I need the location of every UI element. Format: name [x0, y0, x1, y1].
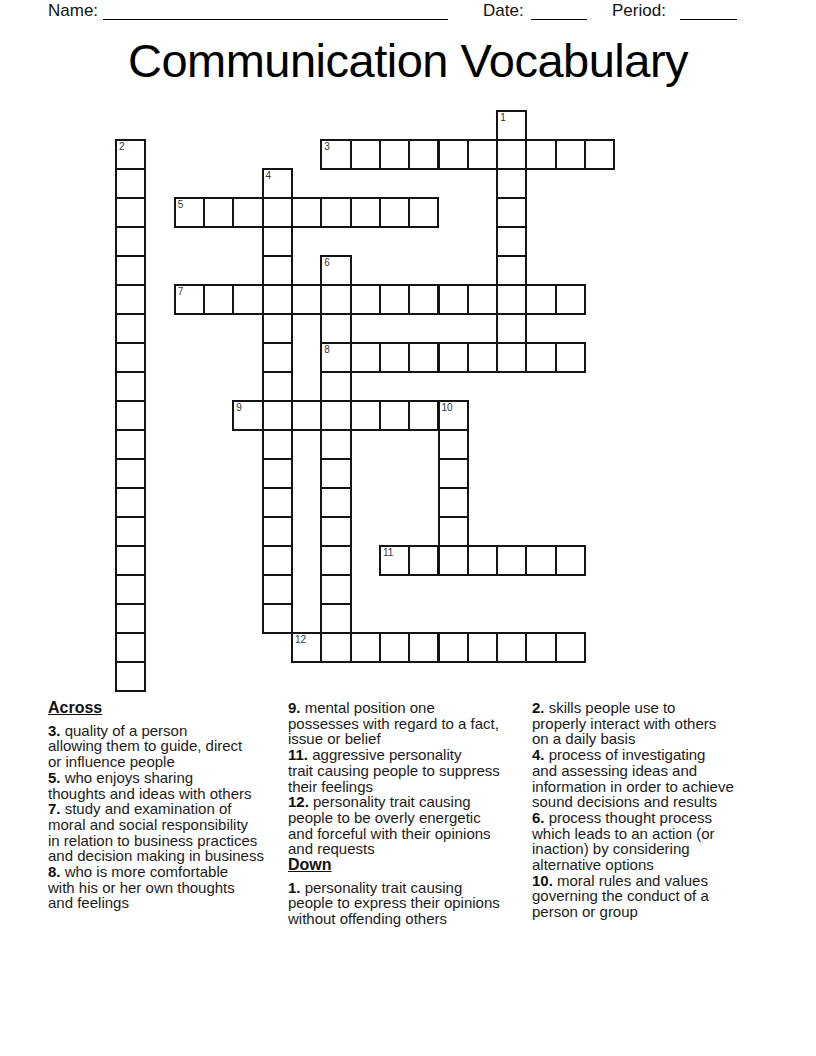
grid-cell-c8-r3[interactable]: [350, 197, 381, 228]
grid-cell-c9-r18[interactable]: [379, 632, 410, 663]
grid-cell-c11-r1[interactable]: [438, 139, 469, 170]
grid-cell-c0-r14[interactable]: [115, 516, 146, 547]
clue-number: 4.: [532, 746, 545, 763]
grid-cell-c0-r5[interactable]: [115, 255, 146, 286]
grid-cell-c11-r6[interactable]: [438, 284, 469, 315]
cell-number-10: 10: [442, 402, 453, 413]
grid-cell-c7-r9[interactable]: [320, 371, 351, 402]
grid-cell-c13-r2[interactable]: [496, 168, 527, 199]
grid-cell-c0-r9[interactable]: [115, 371, 146, 402]
grid-cell-c5-r10[interactable]: [262, 400, 293, 431]
clue-down-10: 10. moral rules and values governing the…: [532, 873, 782, 920]
grid-cell-c0-r13[interactable]: [115, 487, 146, 518]
grid-cell-c0-r10[interactable]: [115, 400, 146, 431]
grid-cell-c5-r15[interactable]: [262, 545, 293, 576]
clue-text: process of investigating and assessing i…: [532, 746, 734, 810]
grid-cell-c7-r10[interactable]: [320, 400, 351, 431]
grid-cell-c3-r3[interactable]: [203, 197, 234, 228]
grid-cell-c0-r16[interactable]: [115, 574, 146, 605]
grid-cell-c8-r6[interactable]: [350, 284, 381, 315]
cell-number-5: 5: [178, 199, 184, 210]
date-blank-line[interactable]: [531, 2, 587, 20]
clue-down-2: 2. skills people use to properly interac…: [532, 700, 782, 747]
clue-across-7: 7. study and examination of moral and so…: [48, 801, 298, 864]
worksheet-page: Name: Date: Period: Communication Vocabu…: [0, 0, 816, 1056]
cell-number-6: 6: [324, 257, 330, 268]
grid-cell-c0-r15[interactable]: [115, 545, 146, 576]
grid-cell-c0-r1[interactable]: 2: [115, 139, 146, 170]
grid-cell-c8-r10[interactable]: [350, 400, 381, 431]
grid-cell-c0-r8[interactable]: [115, 342, 146, 373]
grid-cell-c13-r18[interactable]: [496, 632, 527, 663]
grid-cell-c10-r18[interactable]: [408, 632, 439, 663]
grid-cell-c7-r17[interactable]: [320, 603, 351, 634]
grid-cell-c9-r6[interactable]: [379, 284, 410, 315]
cell-number-12: 12: [295, 634, 306, 645]
clues-across-header: Across: [48, 700, 298, 716]
grid-cell-c5-r7[interactable]: [262, 313, 293, 344]
grid-cell-c14-r8[interactable]: [525, 342, 556, 373]
grid-cell-c4-r3[interactable]: [232, 197, 263, 228]
grid-cell-c5-r14[interactable]: [262, 516, 293, 547]
grid-cell-c11-r11[interactable]: [438, 429, 469, 460]
grid-cell-c5-r8[interactable]: [262, 342, 293, 373]
cell-number-4: 4: [266, 170, 272, 181]
grid-cell-c6-r6[interactable]: [291, 284, 322, 315]
grid-cell-c8-r8[interactable]: [350, 342, 381, 373]
cell-number-8: 8: [324, 344, 330, 355]
grid-cell-c2-r6[interactable]: 7: [174, 284, 205, 315]
grid-cell-c15-r6[interactable]: [555, 284, 586, 315]
clue-number: 9.: [288, 699, 301, 716]
grid-cell-c9-r8[interactable]: [379, 342, 410, 373]
clue-text: quality of a person allowing them to gui…: [48, 722, 242, 770]
grid-cell-c7-r6[interactable]: [320, 284, 351, 315]
grid-cell-c12-r6[interactable]: [467, 284, 498, 315]
clue-number: 8.: [48, 863, 61, 880]
grid-cell-c7-r7[interactable]: [320, 313, 351, 344]
clue-text: study and examination of moral and socia…: [48, 800, 264, 864]
grid-cell-c10-r8[interactable]: [408, 342, 439, 373]
clue-down-6: 6. process thought process which leads t…: [532, 810, 782, 873]
grid-cell-c5-r11[interactable]: [262, 429, 293, 460]
period-label: Period:: [612, 1, 666, 21]
clue-text: aggressive personality trait causing peo…: [288, 746, 500, 794]
clue-down-1: 1. personality trait causing people to e…: [288, 880, 540, 927]
grid-cell-c7-r1[interactable]: 3: [320, 139, 351, 170]
name-blank-line[interactable]: [103, 2, 448, 20]
grid-cell-c13-r6[interactable]: [496, 284, 527, 315]
period-blank-line[interactable]: [680, 2, 737, 20]
grid-cell-c7-r18[interactable]: [320, 632, 351, 663]
clue-column-2: 9. mental position one possesses with re…: [288, 700, 540, 927]
grid-cell-c15-r15[interactable]: [555, 545, 586, 576]
cell-number-2: 2: [119, 141, 125, 152]
grid-cell-c0-r4[interactable]: [115, 226, 146, 257]
grid-cell-c0-r12[interactable]: [115, 458, 146, 489]
grid-cell-c10-r10[interactable]: [408, 400, 439, 431]
grid-cell-c13-r4[interactable]: [496, 226, 527, 257]
cell-number-9: 9: [236, 402, 242, 413]
cell-number-7: 7: [178, 286, 184, 297]
clue-across-3: 3. quality of a person allowing them to …: [48, 723, 298, 770]
grid-cell-c6-r18[interactable]: 12: [291, 632, 322, 663]
clue-across-12: 12. personality trait causing people to …: [288, 794, 540, 857]
grid-cell-c11-r12[interactable]: [438, 458, 469, 489]
grid-cell-c7-r11[interactable]: [320, 429, 351, 460]
grid-cell-c0-r11[interactable]: [115, 429, 146, 460]
clue-number: 7.: [48, 800, 61, 817]
clue-across-9: 9. mental position one possesses with re…: [288, 700, 540, 747]
cell-number-3: 3: [324, 141, 330, 152]
grid-cell-c13-r15[interactable]: [496, 545, 527, 576]
clue-number: 5.: [48, 769, 61, 786]
clue-down-4: 4. process of investigating and assessin…: [532, 747, 782, 810]
grid-cell-c5-r17[interactable]: [262, 603, 293, 634]
grid-cell-c6-r10[interactable]: [291, 400, 322, 431]
grid-cell-c4-r6[interactable]: [232, 284, 263, 315]
grid-cell-c5-r4[interactable]: [262, 226, 293, 257]
clue-number: 3.: [48, 722, 61, 739]
grid-cell-c10-r15[interactable]: [408, 545, 439, 576]
clues-down-header: Down: [288, 857, 540, 873]
grid-cell-c14-r18[interactable]: [525, 632, 556, 663]
grid-cell-c0-r6[interactable]: [115, 284, 146, 315]
clue-text: mental position one possesses with regar…: [288, 699, 499, 747]
clue-across-8: 8. who is more comfortable with his or h…: [48, 864, 298, 911]
grid-cell-c15-r18[interactable]: [555, 632, 586, 663]
clue-number: 1.: [288, 879, 301, 896]
grid-cell-c5-r5[interactable]: [262, 255, 293, 286]
grid-cell-c12-r18[interactable]: [467, 632, 498, 663]
clue-column-3: 2. skills people use to properly interac…: [532, 700, 782, 920]
clue-text: who is more comfortable with his or her …: [48, 863, 235, 911]
grid-cell-c9-r3[interactable]: [379, 197, 410, 228]
grid-cell-c11-r15[interactable]: [438, 545, 469, 576]
date-label: Date:: [483, 1, 524, 21]
crossword-grid: 123456789101112: [115, 110, 615, 692]
grid-cell-c0-r18[interactable]: [115, 632, 146, 663]
grid-cell-c13-r1[interactable]: [496, 139, 527, 170]
grid-cell-c11-r10[interactable]: 10: [438, 400, 469, 431]
grid-cell-c11-r18[interactable]: [438, 632, 469, 663]
cell-number-11: 11: [383, 547, 393, 558]
grid-cell-c10-r3[interactable]: [408, 197, 439, 228]
grid-cell-c14-r1[interactable]: [525, 139, 556, 170]
grid-cell-c9-r15[interactable]: 11: [379, 545, 410, 576]
grid-cell-c7-r16[interactable]: [320, 574, 351, 605]
grid-cell-c5-r12[interactable]: [262, 458, 293, 489]
page-title: Communication Vocabulary: [0, 33, 816, 89]
grid-cell-c11-r13[interactable]: [438, 487, 469, 518]
grid-cell-c10-r6[interactable]: [408, 284, 439, 315]
grid-cell-c7-r12[interactable]: [320, 458, 351, 489]
grid-cell-c14-r6[interactable]: [525, 284, 556, 315]
grid-cell-c11-r14[interactable]: [438, 516, 469, 547]
grid-cell-c4-r10[interactable]: 9: [232, 400, 263, 431]
grid-cell-c12-r15[interactable]: [467, 545, 498, 576]
clue-text: skills people use to properly interact w…: [532, 699, 716, 747]
grid-cell-c8-r18[interactable]: [350, 632, 381, 663]
grid-cell-c5-r16[interactable]: [262, 574, 293, 605]
grid-cell-c0-r7[interactable]: [115, 313, 146, 344]
clue-across-5: 5. who enjoys sharing thoughts and ideas…: [48, 770, 298, 801]
grid-cell-c13-r5[interactable]: [496, 255, 527, 286]
grid-cell-c7-r15[interactable]: [320, 545, 351, 576]
grid-cell-c7-r13[interactable]: [320, 487, 351, 518]
grid-cell-c14-r15[interactable]: [525, 545, 556, 576]
grid-cell-c0-r2[interactable]: [115, 168, 146, 199]
grid-cell-c13-r0[interactable]: 1: [496, 110, 527, 141]
clue-number: 11.: [288, 746, 308, 763]
clue-text: process thought process which leads to a…: [532, 809, 715, 873]
grid-cell-c7-r8[interactable]: 8: [320, 342, 351, 373]
grid-cell-c13-r7[interactable]: [496, 313, 527, 344]
grid-cell-c7-r14[interactable]: [320, 516, 351, 547]
grid-cell-c8-r1[interactable]: [350, 139, 381, 170]
clue-column-1: Across3. quality of a person allowing th…: [48, 700, 298, 911]
grid-cell-c2-r3[interactable]: 5: [174, 197, 205, 228]
clue-text: who enjoys sharing thoughts and ideas wi…: [48, 769, 251, 802]
grid-cell-c5-r6[interactable]: [262, 284, 293, 315]
clue-number: 2.: [532, 699, 545, 716]
grid-cell-c16-r1[interactable]: [584, 139, 615, 170]
clue-text: personality trait causing people to be o…: [288, 793, 491, 857]
grid-cell-c15-r1[interactable]: [555, 139, 586, 170]
grid-cell-c13-r3[interactable]: [496, 197, 527, 228]
grid-cell-c9-r10[interactable]: [379, 400, 410, 431]
grid-cell-c13-r8[interactable]: [496, 342, 527, 373]
grid-cell-c15-r8[interactable]: [555, 342, 586, 373]
clue-text: moral rules and values governing the con…: [532, 872, 709, 920]
cell-number-1: 1: [500, 112, 506, 123]
grid-cell-c10-r1[interactable]: [408, 139, 439, 170]
grid-cell-c5-r3[interactable]: [262, 197, 293, 228]
clue-across-11: 11. aggressive personality trait causing…: [288, 747, 540, 794]
grid-cell-c9-r1[interactable]: [379, 139, 410, 170]
grid-cell-c11-r8[interactable]: [438, 342, 469, 373]
clue-number: 10.: [532, 872, 553, 889]
grid-cell-c12-r1[interactable]: [467, 139, 498, 170]
grid-cell-c0-r19[interactable]: [115, 661, 146, 692]
grid-cell-c5-r9[interactable]: [262, 371, 293, 402]
grid-cell-c0-r3[interactable]: [115, 197, 146, 228]
clue-number: 12.: [288, 793, 309, 810]
clue-text: personality trait causing people to expr…: [288, 879, 500, 927]
grid-cell-c12-r8[interactable]: [467, 342, 498, 373]
grid-cell-c0-r17[interactable]: [115, 603, 146, 634]
grid-cell-c7-r5[interactable]: 6: [320, 255, 351, 286]
name-label: Name:: [48, 1, 98, 21]
grid-cell-c5-r13[interactable]: [262, 487, 293, 518]
grid-cell-c3-r6[interactable]: [203, 284, 234, 315]
grid-cell-c5-r2[interactable]: 4: [262, 168, 293, 199]
grid-cell-c6-r3[interactable]: [291, 197, 322, 228]
clue-number: 6.: [532, 809, 545, 826]
grid-cell-c7-r3[interactable]: [320, 197, 351, 228]
